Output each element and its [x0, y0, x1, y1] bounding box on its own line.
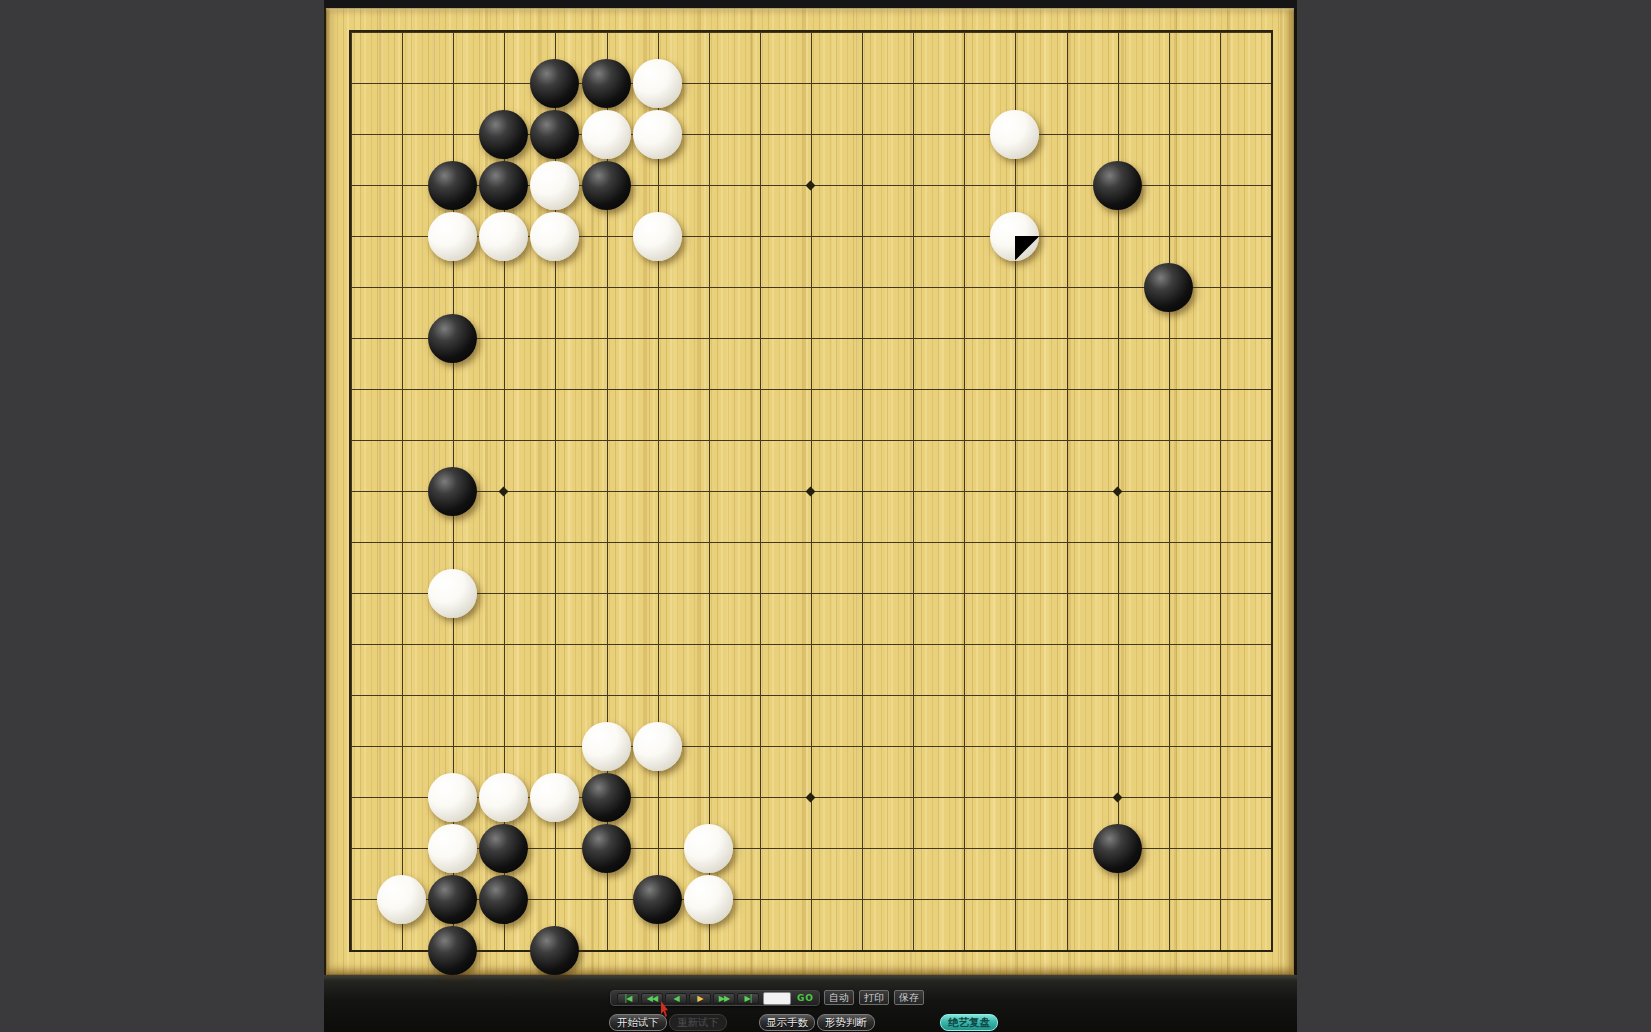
white-stone — [990, 212, 1039, 261]
last-move-marker — [1015, 236, 1040, 261]
black-stone — [428, 926, 477, 975]
board-panel: |◀ ◀◀ ◀ ▶ ▶▶ ▶| GO 自动 打印 保存 开始试下 重新试下 显示… — [324, 0, 1297, 1032]
white-stone — [633, 59, 682, 108]
playback-bar: |◀ ◀◀ ◀ ▶ ▶▶ ▶| GO — [610, 990, 820, 1006]
black-stone — [582, 824, 631, 873]
step-backward-button[interactable]: ◀ — [665, 993, 687, 1004]
star-point — [499, 486, 509, 496]
black-stone — [1093, 824, 1142, 873]
white-stone — [530, 773, 579, 822]
move-number-input[interactable] — [763, 992, 791, 1005]
ai-review-button[interactable]: 绝艺复盘 — [940, 1014, 998, 1031]
start-trial-button[interactable]: 开始试下 — [609, 1014, 667, 1031]
black-stone — [633, 875, 682, 924]
show-move-numbers-button[interactable]: 显示手数 — [759, 1014, 815, 1031]
black-stone — [428, 314, 477, 363]
white-stone — [479, 773, 528, 822]
print-button[interactable]: 打印 — [859, 990, 889, 1005]
black-stone — [530, 110, 579, 159]
white-stone — [428, 773, 477, 822]
fast-forward-button[interactable]: ▶▶ — [713, 993, 735, 1004]
white-stone — [633, 110, 682, 159]
black-stone — [582, 59, 631, 108]
black-stone — [479, 161, 528, 210]
white-stone — [684, 875, 733, 924]
goban — [324, 8, 1297, 975]
white-stone — [428, 569, 477, 618]
board-top-shadow — [324, 0, 1297, 8]
white-stone — [633, 212, 682, 261]
white-stone — [582, 722, 631, 771]
white-stone — [428, 212, 477, 261]
black-stone — [582, 161, 631, 210]
black-stone — [428, 161, 477, 210]
white-stone — [377, 875, 426, 924]
save-button[interactable]: 保存 — [894, 990, 924, 1005]
toolbar: |◀ ◀◀ ◀ ▶ ▶▶ ▶| GO 自动 打印 保存 开始试下 重新试下 显示… — [324, 975, 1297, 1032]
fast-backward-button[interactable]: ◀◀ — [641, 993, 663, 1004]
black-stone — [428, 467, 477, 516]
play-button[interactable]: ▶ — [689, 993, 711, 1004]
black-stone — [530, 59, 579, 108]
white-stone — [479, 212, 528, 261]
white-stone — [582, 110, 631, 159]
white-stone — [530, 161, 579, 210]
star-point — [1112, 486, 1122, 496]
app-background: |◀ ◀◀ ◀ ▶ ▶▶ ▶| GO 自动 打印 保存 开始试下 重新试下 显示… — [0, 0, 1651, 1032]
restart-trial-button[interactable]: 重新试下 — [669, 1014, 727, 1031]
white-stone — [990, 110, 1039, 159]
go-button[interactable]: GO — [797, 993, 814, 1003]
black-stone — [1093, 161, 1142, 210]
star-point — [806, 792, 816, 802]
white-stone — [633, 722, 682, 771]
black-stone — [428, 875, 477, 924]
star-point — [806, 180, 816, 190]
black-stone — [479, 824, 528, 873]
black-stone — [582, 773, 631, 822]
first-move-button[interactable]: |◀ — [617, 993, 639, 1004]
black-stone — [530, 926, 579, 975]
auto-button[interactable]: 自动 — [824, 990, 854, 1005]
white-stone — [684, 824, 733, 873]
position-judgment-button[interactable]: 形势判断 — [817, 1014, 875, 1031]
black-stone — [479, 875, 528, 924]
quick-buttons: 自动 打印 保存 — [824, 990, 929, 1005]
black-stone — [479, 110, 528, 159]
go-grid[interactable] — [349, 30, 1273, 952]
white-stone — [530, 212, 579, 261]
last-move-button[interactable]: ▶| — [737, 993, 759, 1004]
star-point — [806, 486, 816, 496]
black-stone — [1144, 263, 1193, 312]
star-point — [1112, 792, 1122, 802]
white-stone — [428, 824, 477, 873]
